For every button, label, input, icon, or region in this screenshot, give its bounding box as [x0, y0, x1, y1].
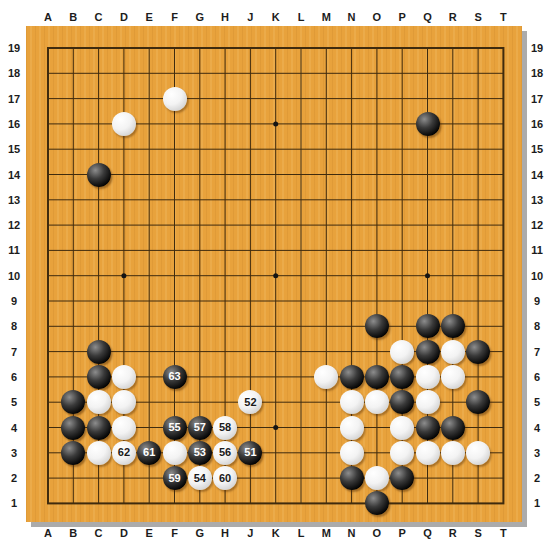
coord-label-top: R: [449, 12, 457, 23]
coord-label-top: J: [247, 12, 253, 23]
coord-label-left: 1: [11, 498, 17, 509]
stone-s7: [466, 340, 490, 364]
stone-n5: [340, 390, 364, 414]
coord-label-bottom: N: [348, 528, 356, 539]
coord-label-top: N: [348, 12, 356, 23]
coord-label-left: 18: [8, 68, 20, 79]
coord-label-left: 19: [8, 43, 20, 54]
coord-label-left: 5: [11, 397, 17, 408]
coord-label-top: A: [44, 12, 52, 23]
coord-label-top: L: [298, 12, 305, 23]
stone-f4: 55: [163, 416, 187, 440]
stone-h3: 56: [213, 441, 237, 465]
coord-label-top: G: [196, 12, 205, 23]
stone-r3: [441, 441, 465, 465]
star-point: [121, 273, 126, 278]
stone-d5: [112, 390, 136, 414]
stone-b5: [61, 390, 85, 414]
stone-p7: [390, 340, 414, 364]
move-number-label: 55: [168, 422, 180, 433]
stone-c6: [87, 365, 111, 389]
star-point: [425, 273, 430, 278]
coord-label-bottom: Q: [423, 528, 432, 539]
coord-label-left: 2: [11, 473, 17, 484]
move-number-label: 63: [168, 371, 180, 382]
coord-label-left: 16: [8, 118, 20, 129]
coord-label-bottom: E: [146, 528, 153, 539]
coord-label-bottom: D: [120, 528, 128, 539]
star-point: [273, 273, 278, 278]
stone-f2: 59: [163, 466, 187, 490]
stone-q16: [416, 112, 440, 136]
move-number-label: 58: [219, 422, 231, 433]
star-point: [273, 425, 278, 430]
coord-label-top: B: [69, 12, 77, 23]
goban[interactable]: 63525557586261535651595460: [26, 26, 522, 522]
go-diagram: 63525557586261535651595460 AABBCCDDEEFFG…: [0, 0, 550, 550]
stone-f6: 63: [163, 365, 187, 389]
stone-p5: [390, 390, 414, 414]
coord-label-right: 16: [531, 118, 543, 129]
stone-r8: [441, 314, 465, 338]
stone-j3: 51: [238, 441, 262, 465]
coord-label-top: K: [272, 12, 280, 23]
stone-p4: [390, 416, 414, 440]
stone-q3: [416, 441, 440, 465]
coord-label-bottom: T: [500, 528, 507, 539]
stone-o5: [365, 390, 389, 414]
move-number-label: 59: [168, 473, 180, 484]
stone-s3: [466, 441, 490, 465]
coord-label-top: P: [399, 12, 406, 23]
coord-label-left: 12: [8, 220, 20, 231]
coord-label-left: 7: [11, 346, 17, 357]
stone-d3: 62: [112, 441, 136, 465]
stone-q6: [416, 365, 440, 389]
stone-p2: [390, 466, 414, 490]
coord-label-right: 8: [534, 321, 540, 332]
coord-label-left: 11: [8, 245, 20, 256]
stone-h2: 60: [213, 466, 237, 490]
stone-f17: [163, 87, 187, 111]
coord-label-top: D: [120, 12, 128, 23]
coord-label-right: 13: [531, 194, 543, 205]
stone-g3: 53: [188, 441, 212, 465]
coord-label-top: C: [95, 12, 103, 23]
move-number-label: 52: [244, 397, 256, 408]
move-number-label: 60: [219, 473, 231, 484]
coord-label-top: M: [322, 12, 331, 23]
coord-label-left: 13: [8, 194, 20, 205]
coord-label-bottom: L: [298, 528, 305, 539]
coord-label-right: 11: [531, 245, 543, 256]
stone-n2: [340, 466, 364, 490]
coord-label-right: 9: [534, 296, 540, 307]
coord-label-right: 14: [531, 169, 543, 180]
coord-label-bottom: A: [44, 528, 52, 539]
stone-n4: [340, 416, 364, 440]
coord-label-top: O: [373, 12, 382, 23]
move-number-label: 56: [219, 447, 231, 458]
stone-e3: 61: [137, 441, 161, 465]
stone-b4: [61, 416, 85, 440]
stone-m6: [314, 365, 338, 389]
stone-c4: [87, 416, 111, 440]
stone-o1: [365, 491, 389, 515]
stone-p3: [390, 441, 414, 465]
coord-label-bottom: F: [171, 528, 178, 539]
coord-label-bottom: S: [474, 528, 481, 539]
coord-label-bottom: P: [399, 528, 406, 539]
stone-n3: [340, 441, 364, 465]
coord-label-right: 15: [531, 144, 543, 155]
coord-label-top: Q: [423, 12, 432, 23]
stone-c14: [87, 163, 111, 187]
coord-label-right: 18: [531, 68, 543, 79]
coord-label-bottom: R: [449, 528, 457, 539]
move-number-label: 53: [194, 447, 206, 458]
stone-o6: [365, 365, 389, 389]
coord-label-left: 10: [8, 270, 20, 281]
coord-label-right: 2: [534, 473, 540, 484]
stone-s5: [466, 390, 490, 414]
move-number-label: 57: [194, 422, 206, 433]
stone-f3: [163, 441, 187, 465]
stone-o2: [365, 466, 389, 490]
coord-label-left: 3: [11, 447, 17, 458]
move-number-label: 51: [244, 447, 256, 458]
coord-label-right: 10: [531, 270, 543, 281]
coord-label-right: 4: [534, 422, 540, 433]
coord-label-left: 17: [8, 93, 20, 104]
coord-label-bottom: B: [69, 528, 77, 539]
coord-label-left: 9: [11, 296, 17, 307]
coord-label-top: F: [171, 12, 178, 23]
coord-label-bottom: O: [373, 528, 382, 539]
coord-label-bottom: H: [221, 528, 229, 539]
coord-label-top: E: [146, 12, 153, 23]
coord-label-right: 3: [534, 447, 540, 458]
stone-n6: [340, 365, 364, 389]
coord-label-top: S: [474, 12, 481, 23]
stone-q8: [416, 314, 440, 338]
stone-c5: [87, 390, 111, 414]
coord-label-bottom: G: [196, 528, 205, 539]
move-number-label: 61: [143, 447, 155, 458]
stone-g2: 54: [188, 466, 212, 490]
star-point: [273, 121, 278, 126]
coord-label-right: 12: [531, 220, 543, 231]
stone-d4: [112, 416, 136, 440]
coord-label-bottom: K: [272, 528, 280, 539]
coord-label-left: 15: [8, 144, 20, 155]
stone-q4: [416, 416, 440, 440]
stone-p6: [390, 365, 414, 389]
coord-label-bottom: C: [95, 528, 103, 539]
stone-c3: [87, 441, 111, 465]
stone-o8: [365, 314, 389, 338]
stone-r4: [441, 416, 465, 440]
stone-g4: 57: [188, 416, 212, 440]
coord-label-right: 17: [531, 93, 543, 104]
stone-r7: [441, 340, 465, 364]
coord-label-bottom: J: [247, 528, 253, 539]
coord-label-right: 6: [534, 371, 540, 382]
coord-label-right: 19: [531, 43, 543, 54]
stone-r6: [441, 365, 465, 389]
stone-d16: [112, 112, 136, 136]
coord-label-bottom: M: [322, 528, 331, 539]
stone-b3: [61, 441, 85, 465]
move-number-label: 62: [118, 447, 130, 458]
stone-q7: [416, 340, 440, 364]
stone-h4: 58: [213, 416, 237, 440]
stone-j5: 52: [238, 390, 262, 414]
coord-label-right: 5: [534, 397, 540, 408]
stone-c7: [87, 340, 111, 364]
coord-label-right: 7: [534, 346, 540, 357]
coord-label-left: 4: [11, 422, 17, 433]
coord-label-top: T: [500, 12, 507, 23]
move-number-label: 54: [194, 473, 206, 484]
stone-d6: [112, 365, 136, 389]
coord-label-left: 14: [8, 169, 20, 180]
coord-label-left: 6: [11, 371, 17, 382]
coord-label-right: 1: [534, 498, 540, 509]
coord-label-left: 8: [11, 321, 17, 332]
coord-label-top: H: [221, 12, 229, 23]
stone-q5: [416, 390, 440, 414]
